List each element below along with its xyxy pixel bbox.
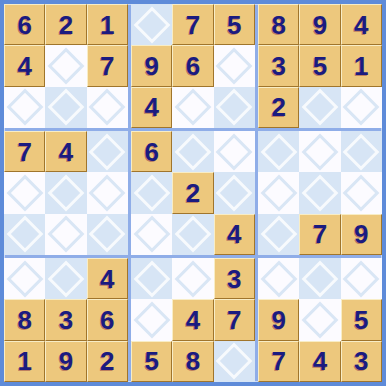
cell-r5c1[interactable] [4, 172, 45, 213]
box-9: 95743 [258, 258, 382, 382]
cell-r3c7: 2 [258, 87, 299, 128]
cell-r8c2: 3 [45, 299, 86, 340]
cell-r5c6[interactable] [214, 172, 255, 213]
cell-r8c5: 4 [172, 299, 213, 340]
cell-r4c6[interactable] [214, 131, 255, 172]
cell-r5c7[interactable] [258, 172, 299, 213]
cell-r7c2[interactable] [45, 258, 86, 299]
cell-r1c5: 7 [172, 4, 213, 45]
cell-r9c9: 3 [341, 341, 382, 382]
cell-r6c9: 9 [341, 214, 382, 255]
cell-r7c4[interactable] [131, 258, 172, 299]
cell-r3c5[interactable] [172, 87, 213, 128]
box-1: 62147 [4, 4, 128, 128]
cell-r9c6[interactable] [214, 341, 255, 382]
cell-r9c1: 1 [4, 341, 45, 382]
cell-r1c8: 9 [299, 4, 340, 45]
cell-r3c2[interactable] [45, 87, 86, 128]
cell-r1c6: 5 [214, 4, 255, 45]
box-3: 8943512 [258, 4, 382, 128]
box-2: 75964 [131, 4, 255, 128]
box-4: 74 [4, 131, 128, 255]
cell-r4c2: 4 [45, 131, 86, 172]
cell-r4c8[interactable] [299, 131, 340, 172]
cell-r4c7[interactable] [258, 131, 299, 172]
cell-r6c6: 4 [214, 214, 255, 255]
cell-r5c4[interactable] [131, 172, 172, 213]
cell-r6c3[interactable] [87, 214, 128, 255]
cell-r7c6: 3 [214, 258, 255, 299]
cell-r4c5[interactable] [172, 131, 213, 172]
cell-r2c7: 3 [258, 45, 299, 86]
cell-r4c9[interactable] [341, 131, 382, 172]
cell-r9c3: 2 [87, 341, 128, 382]
cell-r1c7: 8 [258, 4, 299, 45]
cell-r1c4[interactable] [131, 4, 172, 45]
cell-r2c1: 4 [4, 45, 45, 86]
box-8: 34758 [131, 258, 255, 382]
cell-r2c9: 1 [341, 45, 382, 86]
cell-r4c1: 7 [4, 131, 45, 172]
cell-r1c1: 6 [4, 4, 45, 45]
cell-r8c8[interactable] [299, 299, 340, 340]
cell-r3c8[interactable] [299, 87, 340, 128]
cell-r9c7: 7 [258, 341, 299, 382]
cell-r8c3: 6 [87, 299, 128, 340]
cell-r6c4[interactable] [131, 214, 172, 255]
cell-r5c9[interactable] [341, 172, 382, 213]
cell-r6c8: 7 [299, 214, 340, 255]
cell-r7c1[interactable] [4, 258, 45, 299]
cell-r3c3[interactable] [87, 87, 128, 128]
cell-r2c2[interactable] [45, 45, 86, 86]
cell-r2c8: 5 [299, 45, 340, 86]
cell-r1c2: 2 [45, 4, 86, 45]
cell-r1c3: 1 [87, 4, 128, 45]
cell-r4c4: 6 [131, 131, 172, 172]
cell-r3c4: 4 [131, 87, 172, 128]
cell-r2c3: 7 [87, 45, 128, 86]
cell-r8c9: 5 [341, 299, 382, 340]
cell-r7c7[interactable] [258, 258, 299, 299]
cell-r8c4[interactable] [131, 299, 172, 340]
cell-r6c2[interactable] [45, 214, 86, 255]
cell-r4c3[interactable] [87, 131, 128, 172]
cell-r5c8[interactable] [299, 172, 340, 213]
cell-r8c7: 9 [258, 299, 299, 340]
cell-r3c9[interactable] [341, 87, 382, 128]
cell-r9c2: 9 [45, 341, 86, 382]
cell-r8c6: 7 [214, 299, 255, 340]
cell-r3c1[interactable] [4, 87, 45, 128]
cell-r2c4: 9 [131, 45, 172, 86]
cell-r9c5: 8 [172, 341, 213, 382]
cell-r8c1: 8 [4, 299, 45, 340]
cell-r6c5[interactable] [172, 214, 213, 255]
cell-r7c8[interactable] [299, 258, 340, 299]
cell-r6c1[interactable] [4, 214, 45, 255]
box-6: 79 [258, 131, 382, 255]
cell-r9c4: 5 [131, 341, 172, 382]
cell-r2c5: 6 [172, 45, 213, 86]
cell-r7c9[interactable] [341, 258, 382, 299]
box-5: 624 [131, 131, 255, 255]
cell-r5c3[interactable] [87, 172, 128, 213]
cell-r1c9: 4 [341, 4, 382, 45]
box-7: 4836192 [4, 258, 128, 382]
cell-r9c8: 4 [299, 341, 340, 382]
cell-r6c7[interactable] [258, 214, 299, 255]
sudoku-board: 6214775964894351274624794836192347589574… [0, 0, 386, 386]
cell-r5c5: 2 [172, 172, 213, 213]
cell-r7c5[interactable] [172, 258, 213, 299]
cell-r2c6[interactable] [214, 45, 255, 86]
cell-r5c2[interactable] [45, 172, 86, 213]
cell-r3c6[interactable] [214, 87, 255, 128]
cell-r7c3: 4 [87, 258, 128, 299]
